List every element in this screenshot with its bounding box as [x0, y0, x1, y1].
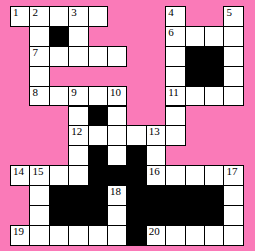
white-cell[interactable]: 9 — [68, 86, 88, 107]
white-cell[interactable] — [204, 26, 224, 47]
clue-number: 15 — [32, 166, 43, 177]
white-cell[interactable] — [49, 165, 69, 186]
white-cell[interactable] — [185, 86, 205, 107]
white-cell[interactable] — [165, 225, 185, 246]
clue-number: 3 — [71, 7, 77, 18]
white-cell[interactable] — [107, 145, 127, 166]
white-cell[interactable] — [223, 185, 243, 206]
black-cell — [126, 205, 146, 226]
black-cell — [126, 225, 146, 246]
white-cell[interactable]: 19 — [10, 225, 30, 246]
white-cell[interactable] — [29, 205, 49, 226]
clue-number: 5 — [226, 7, 232, 18]
white-cell[interactable] — [126, 125, 146, 146]
white-cell[interactable] — [68, 106, 88, 127]
white-cell[interactable]: 16 — [146, 165, 166, 186]
white-cell[interactable] — [68, 46, 88, 67]
white-cell[interactable] — [165, 66, 185, 87]
black-cell — [88, 106, 108, 127]
crossword-board: 1234567891011121314151617181920 — [0, 0, 255, 251]
clue-number: 20 — [149, 226, 160, 237]
white-cell[interactable] — [165, 46, 185, 67]
white-cell[interactable] — [107, 125, 127, 146]
clue-number: 9 — [71, 87, 77, 98]
white-cell[interactable]: 1 — [10, 6, 30, 27]
white-cell[interactable] — [223, 26, 243, 47]
white-cell[interactable] — [107, 225, 127, 246]
clue-number: 10 — [110, 87, 121, 98]
black-cell — [49, 185, 69, 206]
white-cell[interactable] — [185, 26, 205, 47]
white-cell[interactable]: 2 — [29, 6, 49, 27]
clue-number: 7 — [32, 47, 38, 58]
black-cell — [88, 145, 108, 166]
black-cell — [68, 185, 88, 206]
white-cell[interactable]: 11 — [165, 86, 185, 107]
black-cell — [165, 185, 185, 206]
clue-number: 8 — [32, 87, 38, 98]
clue-number: 17 — [226, 166, 237, 177]
white-cell[interactable] — [88, 46, 108, 67]
black-cell — [126, 165, 146, 186]
black-cell — [146, 185, 166, 206]
crossword-puzzle: 1234567891011121314151617181920 — [0, 0, 255, 251]
white-cell[interactable]: 17 — [223, 165, 243, 186]
white-cell[interactable] — [146, 145, 166, 166]
black-cell — [204, 46, 224, 67]
white-cell[interactable]: 5 — [223, 6, 243, 27]
clue-number: 11 — [168, 87, 179, 98]
black-cell — [204, 66, 224, 87]
black-cell — [185, 205, 205, 226]
white-cell[interactable]: 8 — [29, 86, 49, 107]
black-cell — [126, 145, 146, 166]
black-cell — [107, 165, 127, 186]
white-cell[interactable] — [204, 225, 224, 246]
clue-number: 16 — [149, 166, 160, 177]
clue-number: 14 — [13, 166, 24, 177]
white-cell[interactable]: 20 — [146, 225, 166, 246]
white-cell[interactable] — [49, 86, 69, 107]
white-cell[interactable] — [68, 145, 88, 166]
clue-number: 6 — [168, 27, 174, 38]
white-cell[interactable] — [107, 205, 127, 226]
black-cell — [185, 46, 205, 67]
clue-number: 1 — [13, 7, 19, 18]
black-cell — [185, 66, 205, 87]
clue-number: 12 — [71, 126, 82, 137]
white-cell[interactable] — [185, 165, 205, 186]
white-cell[interactable] — [29, 185, 49, 206]
white-cell[interactable]: 12 — [68, 125, 88, 146]
white-cell[interactable] — [223, 66, 243, 87]
white-cell[interactable] — [165, 165, 185, 186]
white-cell[interactable] — [107, 106, 127, 127]
black-cell — [88, 165, 108, 186]
black-cell — [204, 205, 224, 226]
white-cell[interactable] — [204, 86, 224, 107]
white-cell[interactable] — [223, 86, 243, 107]
clue-number: 2 — [32, 7, 38, 18]
white-cell[interactable] — [204, 165, 224, 186]
clue-number: 19 — [13, 226, 24, 237]
clue-number: 4 — [168, 7, 174, 18]
black-cell — [49, 205, 69, 226]
white-cell[interactable] — [107, 46, 127, 67]
white-cell[interactable]: 3 — [68, 6, 88, 27]
white-cell[interactable] — [68, 26, 88, 47]
white-cell[interactable] — [29, 26, 49, 47]
black-cell — [165, 205, 185, 226]
black-cell — [88, 185, 108, 206]
white-cell[interactable] — [223, 46, 243, 67]
white-cell[interactable] — [165, 125, 185, 146]
white-cell[interactable] — [185, 225, 205, 246]
white-cell[interactable] — [49, 6, 69, 27]
white-cell[interactable] — [88, 6, 108, 27]
white-cell[interactable] — [49, 46, 69, 67]
white-cell[interactable] — [29, 225, 49, 246]
white-cell[interactable]: 4 — [165, 6, 185, 27]
white-cell[interactable] — [88, 225, 108, 246]
white-cell[interactable] — [223, 205, 243, 226]
white-cell[interactable] — [68, 165, 88, 186]
black-cell — [88, 205, 108, 226]
white-cell[interactable] — [88, 125, 108, 146]
white-cell[interactable] — [49, 225, 69, 246]
clue-number: 18 — [110, 186, 121, 197]
white-cell[interactable] — [68, 225, 88, 246]
white-cell[interactable]: 18 — [107, 185, 127, 206]
black-cell — [204, 185, 224, 206]
clue-number: 13 — [149, 126, 160, 137]
white-cell[interactable]: 10 — [107, 86, 127, 107]
white-cell[interactable]: 13 — [146, 125, 166, 146]
white-cell[interactable] — [223, 225, 243, 246]
white-cell[interactable]: 14 — [10, 165, 30, 186]
white-cell[interactable] — [88, 86, 108, 107]
white-cell[interactable] — [165, 106, 185, 127]
black-cell — [126, 185, 146, 206]
black-cell — [49, 26, 69, 47]
white-cell[interactable] — [29, 66, 49, 87]
white-cell[interactable]: 15 — [29, 165, 49, 186]
black-cell — [68, 205, 88, 226]
black-cell — [146, 205, 166, 226]
white-cell[interactable]: 6 — [165, 26, 185, 47]
black-cell — [185, 185, 205, 206]
white-cell[interactable]: 7 — [29, 46, 49, 67]
